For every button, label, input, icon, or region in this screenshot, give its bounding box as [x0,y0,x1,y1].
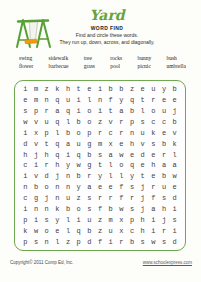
word-column-4: rockspool [110,55,122,69]
grid-cell: h [20,149,31,160]
grid-cell: x [116,214,127,225]
grid-cell: v [31,117,42,128]
grid-cell: k [148,127,159,138]
word-column-1: swingflower [19,55,33,69]
grid-cell: q [127,160,138,171]
grid-cell: q [52,95,63,106]
grid-cell: r [159,225,170,236]
grid-cell: v [105,117,116,128]
grid-cell: z [41,84,52,95]
word-item: bunny [137,55,151,62]
grid-cell: s [31,236,42,247]
grid-cell: o [73,204,84,215]
grid-cell: i [95,84,106,95]
grid-cell: j [137,193,148,204]
grid-cell: q [73,149,84,160]
grid-cell: h [41,149,52,160]
grid-cell: q [52,117,63,128]
grid-cell: i [73,95,84,106]
grid-cell: m [95,138,106,149]
grid-cell: f [95,204,106,215]
grid-cell: a [105,149,116,160]
grid-cell: i [31,160,42,171]
grid-cell: h [137,214,148,225]
word-item: rocks [110,55,122,62]
grid-cell: s [137,236,148,247]
grid-cell: i [148,225,159,236]
grid-cell: y [63,160,74,171]
word-item: flower [19,63,33,70]
grid-cell: b [73,171,84,182]
grid-cell: o [41,225,52,236]
grid-cell: p [84,127,95,138]
word-column-5: bunnypicnic [137,55,151,69]
grid-cell: z [127,84,138,95]
grid-cell: l [63,225,74,236]
grid-cell: u [105,225,116,236]
grid-cell: q [52,149,63,160]
grid-cell: p [20,214,31,225]
grid-cell: o [73,127,84,138]
grid-cell: u [137,127,148,138]
grid-cell: s [95,149,106,160]
grid-cell: n [41,204,52,215]
grid-cell: b [63,127,74,138]
word-item: sidewalk [49,55,69,62]
grid-cell: e [169,95,180,106]
grid-cell: o [84,117,95,128]
grid-cell: p [127,214,138,225]
grid-cell: y [52,214,63,225]
grid-cell: v [137,138,148,149]
grid-cell: h [148,160,159,171]
grid-cell: w [73,160,84,171]
grid-cell: z [95,214,106,225]
grid-cell: l [63,117,74,128]
grid-cell: s [41,214,52,225]
grid-cell: r [116,127,127,138]
grid-cell: l [105,171,116,182]
grid-cell: e [137,84,148,95]
grid-cell: s [20,106,31,117]
word-column-2: sidewalkbarbecue [49,55,69,69]
grid-cell: e [148,171,159,182]
grid-cell: u [148,84,159,95]
grid-cell: r [148,95,159,106]
grid-cell: i [169,225,180,236]
grid-cell: a [63,138,74,149]
grid-cell: e [52,225,63,236]
grid-cell: b [169,117,180,128]
grid-cell: j [52,171,63,182]
grid-cell: m [31,95,42,106]
grid-cell: r [116,236,127,247]
grid-cell: y [159,84,170,95]
grid-cell: r [148,182,159,193]
word-item: grass [84,63,95,70]
word-list: swingflowersidewalkbarbecuetreegrassrock… [19,55,186,69]
grid-cell: q [52,138,63,149]
grid-cell: b [63,204,74,215]
grid-cell: n [41,95,52,106]
grid-cell: a [84,182,95,193]
grid-cell: b [159,171,170,182]
instruction-line-2: They run up, down, across, and diagonall… [14,39,200,45]
grid-cell: k [20,225,31,236]
grid-cell: h [159,204,170,215]
word-item: picnic [137,63,150,70]
grid-cell: q [73,225,84,236]
grid-cell: w [116,204,127,215]
grid-cell: r [95,193,106,204]
grid-cell: e [169,182,180,193]
website-link[interactable]: www.schoolexpress.com [143,260,192,265]
grid-cell: s [84,193,95,204]
grid-cell: u [41,117,52,128]
grid-cell: m [105,214,116,225]
grid-cell: f [148,193,159,204]
grid-cell: f [105,95,116,106]
grid-cell: e [159,127,170,138]
word-item: swing [19,55,32,62]
grid-cell: p [20,236,31,247]
grid-cell: t [137,171,148,182]
grid-cell: a [169,160,180,171]
grid-cell: h [52,160,63,171]
grid-cell: q [63,106,74,117]
grid-cell: p [73,236,84,247]
grid-cell: t [95,160,106,171]
grid-cell: o [148,106,159,117]
grid-cell: b [105,204,116,215]
letter-grid: imzkhteibbzeuybemnquilnfyqtreespraqioita… [20,84,180,247]
grid-cell: u [84,214,95,225]
grid-cell: k [52,84,63,95]
grid-cell: g [31,193,42,204]
grid-cell: y [95,171,106,182]
grid-cell: b [159,138,170,149]
grid-cell: f [95,236,106,247]
grid-cell: b [105,84,116,95]
word-item: bush [166,55,176,62]
grid-cell: p [31,106,42,117]
grid-cell: s [169,214,180,225]
word-item: tree [84,55,92,62]
grid-cell: r [127,193,138,204]
grid-cell: r [84,171,95,182]
grid-cell: e [159,95,170,106]
grid-cell: h [137,225,148,236]
grid-cell: l [137,106,148,117]
grid-cell: d [84,236,95,247]
grid-cell: n [52,193,63,204]
page-title: Yard [14,8,200,23]
grid-cell: i [20,204,31,215]
footer: Copyright© 2011 Comp Ed, Inc. www.school… [10,260,192,265]
grid-cell: l [116,171,127,182]
grid-cell: j [137,204,148,215]
grid-cell: h [63,84,74,95]
word-item: barbecue [49,63,69,70]
grid-cell: v [169,127,180,138]
grid-cell: e [84,84,95,95]
grid-cell: u [63,95,74,106]
grid-cell: i [95,106,106,117]
grid-cell: i [20,127,31,138]
grid-cell: n [31,204,42,215]
grid-cell: p [41,127,52,138]
grid-cell: w [31,225,42,236]
grid-cell: t [105,106,116,117]
grid-cell: w [20,117,31,128]
grid-cell: b [127,106,138,117]
grid-cell: i [148,214,159,225]
grid-cell: u [159,106,170,117]
grid-cell: i [169,204,180,215]
grid-cell: d [20,138,31,149]
grid-cell: u [159,182,170,193]
grid-cell: s [137,117,148,128]
puzzle-frame: imzkhteibbzeuybemnquilnfyqtreespraqioita… [14,80,186,251]
grid-cell: j [137,182,148,193]
grid-cell: y [73,182,84,193]
grid-cell: v [31,138,42,149]
grid-cell: b [84,225,95,236]
grid-cell: o [116,160,127,171]
grid-cell: b [116,84,127,95]
grid-cell: c [20,160,31,171]
copyright-text: Copyright© 2011 Comp Ed, Inc. [10,260,73,265]
grid-cell: a [148,204,159,215]
grid-cell: c [159,117,170,128]
grid-cell: j [31,149,42,160]
grid-cell: t [41,138,52,149]
grid-cell: g [84,160,95,171]
grid-cell: h [127,138,138,149]
grid-cell: e [105,182,116,193]
grid-cell: e [20,95,31,106]
grid-cell: v [31,171,42,182]
grid-cell: s [84,204,95,215]
grid-cell: w [169,171,180,182]
word-column-3: treegrass [84,55,95,69]
grid-cell: i [20,171,31,182]
header: Yard WORD FIND Find and circle these wor… [14,8,200,45]
grid-cell: b [169,84,180,95]
grid-cell: i [63,149,74,160]
grid-cell: i [31,214,42,225]
grid-cell: u [73,138,84,149]
grid-cell: z [95,225,106,236]
grid-cell: d [41,171,52,182]
grid-cell: q [127,95,138,106]
grid-cell: x [105,138,116,149]
grid-cell: n [41,236,52,247]
grid-cell: r [105,193,116,204]
instruction-line-1: Find and circle these words. [14,32,200,38]
grid-cell: x [116,225,127,236]
grid-cell: n [63,182,74,193]
grid-cell: e [95,182,106,193]
grid-cell: s [159,236,170,247]
grid-cell: b [31,182,42,193]
word-item: umbrella [166,63,186,70]
grid-cell: t [137,95,148,106]
grid-cell: f [116,193,127,204]
grid-cell: j [159,214,170,225]
grid-cell: c [127,225,138,236]
grid-cell: m [31,84,42,95]
grid-cell: j [169,106,180,117]
grid-cell: e [137,160,148,171]
worksheet-type-label: WORD FIND [14,25,200,31]
grid-cell: i [73,214,84,225]
grid-cell: s [127,204,138,215]
grid-cell: s [127,182,138,193]
grid-cell: w [116,149,127,160]
grid-cell: e [127,149,138,160]
grid-cell: o [84,106,95,117]
grid-cell: l [52,236,63,247]
grid-cell: l [84,95,95,106]
grid-cell: r [159,149,170,160]
grid-cell: c [20,193,31,204]
grid-cell: c [148,117,159,128]
grid-cell: r [116,117,127,128]
grid-cell: b [127,236,138,247]
word-item: pool [110,63,120,70]
grid-cell: n [127,127,138,138]
grid-cell: d [169,236,180,247]
grid-cell: z [73,193,84,204]
grid-cell: a [116,106,127,117]
grid-cell: t [73,84,84,95]
grid-cell: g [84,138,95,149]
grid-cell: y [116,95,127,106]
grid-cell: l [169,149,180,160]
grid-cell: c [105,127,116,138]
grid-cell: r [95,127,106,138]
grid-cell: p [127,117,138,128]
grid-cell: d [169,193,180,204]
grid-cell: z [95,117,106,128]
grid-cell: i [105,236,116,247]
grid-cell: e [116,138,127,149]
word-column-6: bushumbrella [166,55,186,69]
grid-cell: r [41,160,52,171]
grid-cell: r [41,106,52,117]
grid-cell: l [105,160,116,171]
grid-cell: l [52,127,63,138]
grid-cell: l [63,214,74,225]
grid-cell: i [73,106,84,117]
grid-cell: i [20,84,31,95]
grid-cell: f [116,182,127,193]
grid-cell: n [63,171,74,182]
grid-cell: y [127,171,138,182]
grid-cell: d [137,149,148,160]
grid-cell: s [159,193,170,204]
grid-cell: o [41,182,52,193]
grid-cell: a [159,160,170,171]
grid-cell: b [73,117,84,128]
grid-cell: s [148,138,159,149]
grid-cell: b [84,149,95,160]
grid-cell: u [63,193,74,204]
grid-cell: k [52,204,63,215]
grid-cell: n [52,182,63,193]
grid-cell: w [148,236,159,247]
grid-cell: n [95,95,106,106]
grid-cell: x [31,127,42,138]
grid-cell: e [148,149,159,160]
grid-cell: j [41,193,52,204]
grid-cell: n [20,182,31,193]
worksheet-page: Yard WORD FIND Find and circle these wor… [0,0,201,282]
grid-cell: k [169,138,180,149]
grid-cell: a [52,106,63,117]
grid-cell: z [63,236,74,247]
